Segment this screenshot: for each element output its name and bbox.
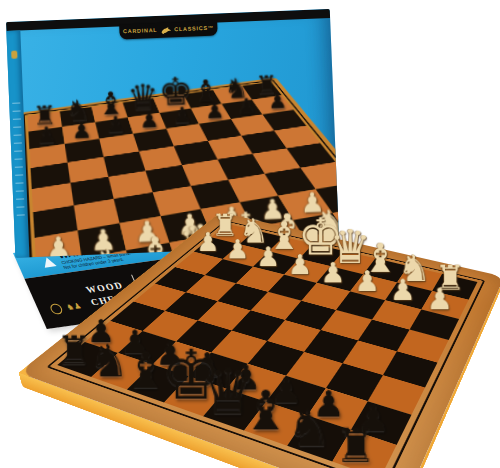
brand-plate: CARDINAL CLASSICS™ xyxy=(119,21,218,40)
square-r1c3: ♟ xyxy=(128,113,167,134)
square-r4c3 xyxy=(232,310,285,341)
piece-black-pawn: ♟ xyxy=(230,95,264,118)
product-photo: ♜♞♝♛♚♝♞♜♟♟♟♟♟♟♟♟♟♟♟♟♟♟♟♟♜♞♝♛♚♝♞♜ CARDINA… xyxy=(0,0,500,468)
brand-name-right: CLASSICS™ xyxy=(174,25,214,32)
chess-pieces-icon: ♞♟ xyxy=(65,302,83,312)
piece-black-knight: ♞ xyxy=(285,403,335,454)
piece-white-pawn: ♟ xyxy=(384,276,422,305)
brand-name-left: CARDINAL xyxy=(123,28,158,35)
piece-black-queen: ♛ xyxy=(200,360,247,423)
piece-black-bishop: ♝ xyxy=(241,383,289,438)
square-r4c4 xyxy=(182,159,228,186)
piece-black-pawn: ♟ xyxy=(165,104,199,127)
piece-white-pawn: ♟ xyxy=(421,285,460,315)
piece-black-rook: ♜ xyxy=(330,423,381,468)
piece-white-pawn: ♟ xyxy=(251,244,286,271)
piece-black-pawn: ♟ xyxy=(64,118,99,142)
spine-fine-print xyxy=(12,102,25,217)
spine-logo-mark xyxy=(11,51,17,59)
piece-black-pawn: ♟ xyxy=(29,123,65,147)
piece-black-pawn: ♟ xyxy=(198,99,232,122)
cardinal-bird-icon xyxy=(160,26,171,34)
piece-black-pawn: ♟ xyxy=(132,109,167,132)
piece-white-pawn: ♟ xyxy=(221,236,255,263)
age-badge-icon xyxy=(49,303,65,315)
square-r4c5 xyxy=(218,154,265,180)
choking-hazard-triangle-icon xyxy=(40,256,56,267)
piece-black-pawn: ♟ xyxy=(98,113,133,137)
piece-white-pawn: ♟ xyxy=(349,267,386,296)
square-r1c1: ♟ xyxy=(62,122,99,144)
piece-white-pawn: ♟ xyxy=(282,251,318,278)
square-r1c0: ♟ xyxy=(28,127,64,149)
square-r3c2 xyxy=(218,283,268,310)
piece-black-pawn: ♟ xyxy=(261,90,294,112)
piece-white-pawn: ♟ xyxy=(315,259,351,287)
square-r1c2: ♟ xyxy=(95,117,133,138)
